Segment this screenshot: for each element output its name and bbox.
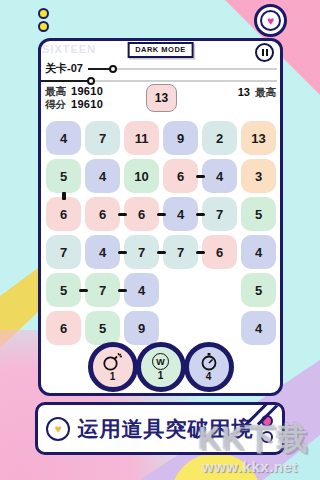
pause-button[interactable] [255,43,274,62]
grid-cell-r4c1[interactable]: 7 [85,273,120,307]
powerup-bar: 1 W 1 4 [41,342,280,392]
grid-cell-r1c2[interactable]: 10 [124,159,159,193]
grid-cell-r2c3[interactable]: 4 [163,197,198,231]
minus-link-h [196,251,205,255]
watermark-logo: KK下载 [198,418,309,460]
wildcard-count: 1 [158,371,164,381]
grid-cell-r0c1[interactable]: 7 [85,121,120,155]
bomb-icon [102,352,123,371]
grid-cell-r2c1[interactable]: 6 [85,197,120,231]
grid-cell-r5c2[interactable]: 9 [124,311,159,345]
game-card: SIXTEEN DARK MODE 关卡-07 最高19610 得分19610 … [38,38,283,396]
grid-cell-r2c0[interactable]: 6 [46,197,81,231]
wildcard-powerup-button[interactable]: W 1 [136,342,186,392]
grid-cell-r5c5[interactable]: 4 [241,311,276,345]
heart-icon: ♥ [260,10,281,31]
grid-cell-r0c0[interactable]: 4 [46,121,81,155]
minus-link-h [157,213,166,217]
bomb-powerup-button[interactable]: 1 [88,342,138,392]
game-title: SIXTEEN [42,43,96,55]
current-score: 得分19610 [45,98,103,112]
grid-cell-r3c4[interactable]: 6 [202,235,237,269]
minus-link-h [118,213,127,217]
minus-link-h [118,289,127,293]
grid-cell-r0c3[interactable]: 9 [163,121,198,155]
grid-cell-r4c2[interactable]: 4 [124,273,159,307]
timer-powerup-button[interactable]: 4 [184,342,234,392]
minus-link-v [62,192,66,200]
grid-cell-r5c0[interactable]: 6 [46,311,81,345]
level-progress-bar-2 [41,80,277,82]
stopwatch-icon [199,352,219,371]
screen: ♥ SIXTEEN DARK MODE 关卡-07 最高19610 得分1961… [0,0,320,480]
grid-cell-r1c1[interactable]: 4 [85,159,120,193]
deco-dot [38,21,49,32]
grid-cell-r3c2[interactable]: 7 [124,235,159,269]
grid-cell-r2c4[interactable]: 7 [202,197,237,231]
favorite-button[interactable]: ♥ [254,4,287,37]
minus-link-h [118,251,127,255]
pause-icon [262,49,264,56]
level-progress-bar [88,68,277,70]
grid-cell-r3c5[interactable]: 4 [241,235,276,269]
board: 47119213541064366647574776457456594 [46,121,276,345]
grid-cell-r1c0[interactable]: 5 [46,159,81,193]
level-label: 关卡-07 [45,61,83,76]
watermark-url: www.kkx.net [202,458,298,475]
grid-cell-r1c3[interactable]: 6 [163,159,198,193]
progress-marker [87,77,95,85]
best-score: 最高19610 [45,85,103,99]
grid-cell-r0c4[interactable]: 2 [202,121,237,155]
target-tile: 13 [146,84,177,112]
bomb-count: 1 [110,372,116,382]
grid-cell-r4c0[interactable]: 5 [46,273,81,307]
grid-cell-r3c0[interactable]: 7 [46,235,81,269]
grid-cell-r2c2[interactable]: 6 [124,197,159,231]
minus-link-h [196,213,205,217]
timer-count: 4 [206,372,212,382]
minus-link-h [196,175,205,179]
dark-mode-button[interactable]: DARK MODE [127,42,194,58]
grid-cell-r1c4[interactable]: 4 [202,159,237,193]
deco-dot [38,8,49,19]
grid-cell-r4c5[interactable]: 5 [241,273,276,307]
grid-cell-r5c1[interactable]: 5 [85,311,120,345]
grid-cell-r2c5[interactable]: 5 [241,197,276,231]
grid-cell-r0c2[interactable]: 11 [124,121,159,155]
heart-icon: ♥ [46,417,70,441]
grid-cell-r3c1[interactable]: 4 [85,235,120,269]
minus-link-h [79,289,88,293]
progress-marker [109,65,117,73]
minus-link-h [157,251,166,255]
grid-cell-r0c5[interactable]: 13 [241,121,276,155]
w-icon: W [152,353,169,370]
best-tile: 13最高 [238,86,276,100]
grid-cell-r1c5[interactable]: 3 [241,159,276,193]
grid-cell-r3c3[interactable]: 7 [163,235,198,269]
